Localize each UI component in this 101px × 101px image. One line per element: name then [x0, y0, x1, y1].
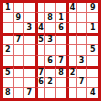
cell-r2c3[interactable] [24, 13, 35, 23]
cell-r3c9[interactable]: 1 [87, 23, 98, 33]
cell-r7c1[interactable]: 5 [3, 66, 14, 78]
cell-r6c2[interactable] [14, 56, 25, 66]
cell-r7c3[interactable] [24, 66, 35, 78]
cell-r9c6[interactable] [56, 88, 67, 98]
cell-r5c3[interactable] [24, 45, 35, 55]
cell-r7c4[interactable]: 7 [35, 66, 46, 78]
cell-r6c7[interactable] [66, 56, 77, 66]
cell-r2c2[interactable]: 9 [14, 13, 25, 23]
cell-r3c6[interactable]: 6 [56, 23, 67, 33]
cell-r1c5[interactable] [45, 3, 56, 13]
cell-r6c3[interactable] [24, 56, 35, 66]
cell-r3c3[interactable]: 3 [24, 23, 35, 33]
cell-r1c3[interactable] [24, 3, 35, 13]
cell-r4c6[interactable] [56, 33, 67, 45]
cell-r5c7[interactable] [66, 45, 77, 55]
cell-r5c2[interactable] [14, 45, 25, 55]
cell-r6c8[interactable]: 3 [77, 56, 88, 66]
cell-r1c2[interactable] [14, 3, 25, 13]
cell-r6c1[interactable] [3, 56, 14, 66]
cell-r2c9[interactable] [87, 13, 98, 23]
cell-r2c6[interactable]: 1 [56, 13, 67, 23]
cell-r9c8[interactable] [77, 88, 88, 98]
cell-r7c5[interactable] [45, 66, 56, 78]
cell-r5c6[interactable] [56, 45, 67, 55]
cell-r6c5[interactable]: 6 [45, 56, 56, 66]
cell-r8c8[interactable]: 7 [77, 78, 88, 88]
cell-r1c8[interactable] [77, 3, 88, 13]
cell-r5c4[interactable] [35, 45, 46, 55]
cell-r6c9[interactable] [87, 56, 98, 66]
cell-r4c7[interactable] [66, 33, 77, 45]
cell-r3c8[interactable] [77, 23, 88, 33]
cell-r8c9[interactable] [87, 78, 98, 88]
cell-r2c8[interactable] [77, 13, 88, 23]
cell-r9c7[interactable] [66, 88, 77, 98]
sudoku-board: 1499813461753256735782627874 [0, 0, 101, 101]
cell-r5c8[interactable] [77, 45, 88, 55]
cell-r7c7[interactable]: 2 [66, 66, 77, 78]
cell-r1c1[interactable]: 1 [3, 3, 14, 13]
cell-r8c1[interactable] [3, 78, 14, 88]
cell-r7c6[interactable]: 8 [56, 66, 67, 78]
cell-r3c7[interactable] [66, 23, 77, 33]
cell-r4c2[interactable]: 7 [14, 33, 25, 45]
cell-r4c8[interactable] [77, 33, 88, 45]
cell-r1c4[interactable] [35, 3, 46, 13]
cell-r4c1[interactable] [3, 33, 14, 45]
cell-r9c3[interactable]: 7 [24, 88, 35, 98]
cell-r4c3[interactable] [24, 33, 35, 45]
cell-r3c1[interactable] [3, 23, 14, 33]
cell-r4c5[interactable]: 3 [45, 33, 56, 45]
cell-r6c4[interactable] [35, 56, 46, 66]
cell-r1c9[interactable]: 9 [87, 3, 98, 13]
cell-r9c5[interactable] [45, 88, 56, 98]
cell-r7c2[interactable] [14, 66, 25, 78]
cell-r4c4[interactable]: 5 [35, 33, 46, 45]
cell-r3c2[interactable] [14, 23, 25, 33]
cell-r9c1[interactable]: 8 [3, 88, 14, 98]
cell-r2c7[interactable] [66, 13, 77, 23]
cell-r2c5[interactable]: 8 [45, 13, 56, 23]
cell-r8c4[interactable]: 6 [35, 78, 46, 88]
cell-r5c9[interactable]: 5 [87, 45, 98, 55]
cell-r3c4[interactable]: 4 [35, 23, 46, 33]
cell-r2c4[interactable] [35, 13, 46, 23]
cell-r8c3[interactable] [24, 78, 35, 88]
cell-r8c6[interactable] [56, 78, 67, 88]
cell-r8c7[interactable] [66, 78, 77, 88]
cell-r7c8[interactable] [77, 66, 88, 78]
cell-r8c5[interactable]: 2 [45, 78, 56, 88]
cell-r8c2[interactable] [14, 78, 25, 88]
cell-r1c7[interactable]: 4 [66, 3, 77, 13]
cell-r3c5[interactable] [45, 23, 56, 33]
cell-r7c9[interactable] [87, 66, 98, 78]
cell-r1c6[interactable] [56, 3, 67, 13]
cell-r5c5[interactable] [45, 45, 56, 55]
cell-r9c9[interactable]: 4 [87, 88, 98, 98]
cell-r4c9[interactable] [87, 33, 98, 45]
cell-r9c2[interactable] [14, 88, 25, 98]
cell-r2c1[interactable] [3, 13, 14, 23]
cell-r9c4[interactable] [35, 88, 46, 98]
cell-r6c6[interactable]: 7 [56, 56, 67, 66]
cell-r5c1[interactable]: 2 [3, 45, 14, 55]
